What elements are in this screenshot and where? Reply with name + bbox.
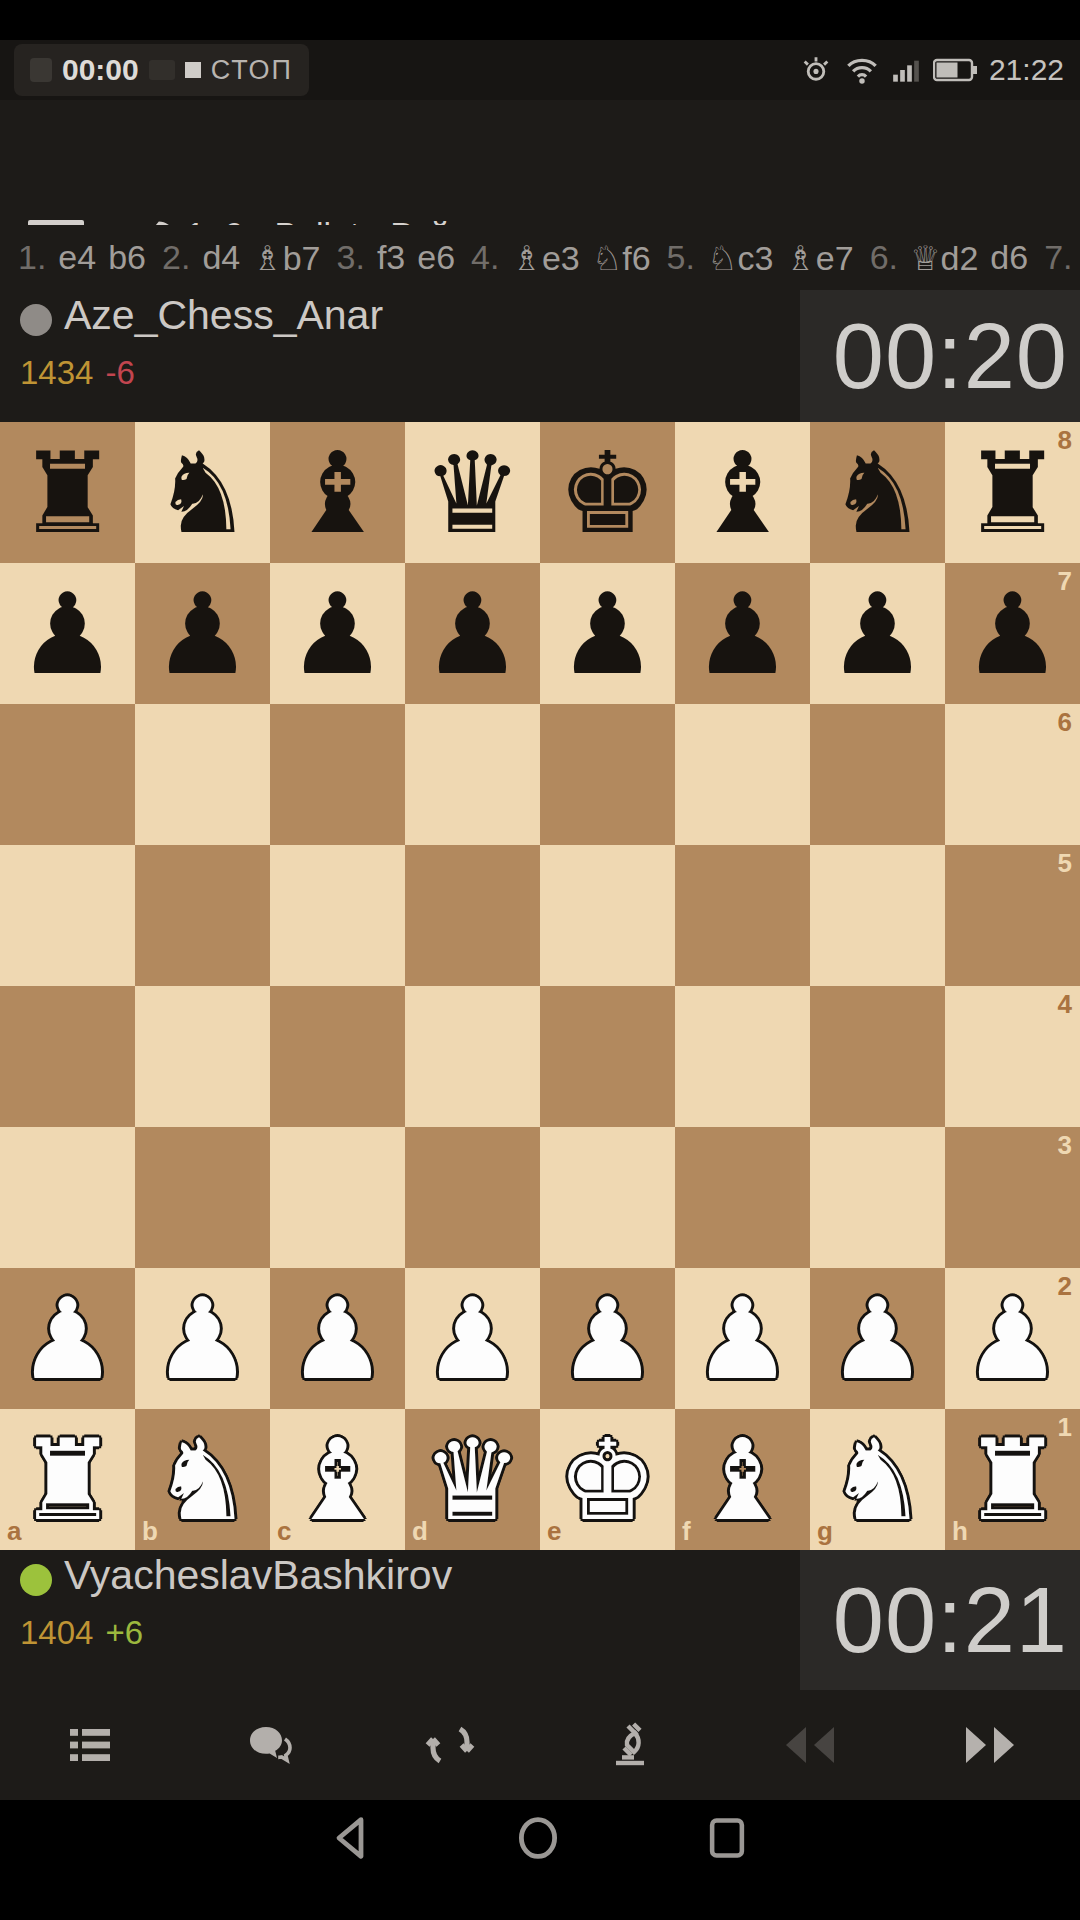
move[interactable]: ♘f6: [592, 238, 651, 278]
player-top-clock: 00:20: [800, 290, 1080, 422]
square-a4[interactable]: [0, 986, 135, 1127]
square-g2[interactable]: ♟: [810, 1268, 945, 1409]
move-number: 5.: [667, 238, 695, 277]
square-h8[interactable]: ♜8: [945, 422, 1080, 563]
square-f1[interactable]: ♝f: [675, 1409, 810, 1550]
square-b1[interactable]: ♞b: [135, 1409, 270, 1550]
stop-icon[interactable]: [185, 62, 201, 78]
piece-black-queen[interactable]: ♛: [422, 437, 522, 549]
square-c5[interactable]: [270, 845, 405, 986]
square-e3[interactable]: [540, 1127, 675, 1268]
square-h1[interactable]: ♜1h: [945, 1409, 1080, 1550]
piece-white-rook[interactable]: ♜: [962, 1424, 1062, 1536]
square-g7[interactable]: ♟: [810, 563, 945, 704]
file-label-c: c: [277, 1516, 291, 1547]
bottom-toolbar: [0, 1690, 1080, 1800]
player-top-bar: Aze_Chess_Anar 1434-6 00:20: [0, 290, 1080, 422]
square-b2[interactable]: ♟: [135, 1268, 270, 1409]
player-top-rating: 1434: [20, 354, 93, 391]
player-bottom-rating-change: +6: [105, 1614, 143, 1651]
rank-label-3: 3: [1058, 1130, 1072, 1161]
file-label-a: a: [7, 1516, 21, 1547]
move-list-icon: [63, 1721, 117, 1769]
square-g8[interactable]: ♞: [810, 422, 945, 563]
square-e4[interactable]: [540, 986, 675, 1127]
piece-white-queen[interactable]: ♛: [422, 1424, 522, 1536]
status-bar: 00:00 СТОП: [0, 40, 1080, 100]
move[interactable]: ♗e7: [785, 238, 853, 278]
move-number: 6.: [870, 238, 898, 277]
piece-white-knight[interactable]: ♞: [152, 1424, 252, 1536]
chess-board[interactable]: ♜♞♝♛♚♝♞♜8♟♟♟♟♟♟♟♟76543♟♟♟♟♟♟♟♟2♜a♞b♝c♛d♚…: [0, 422, 1080, 1550]
move-list-button[interactable]: [0, 1690, 180, 1800]
square-c6[interactable]: [270, 704, 405, 845]
square-c8[interactable]: ♝: [270, 422, 405, 563]
square-c2[interactable]: ♟: [270, 1268, 405, 1409]
square-b6[interactable]: [135, 704, 270, 845]
square-g3[interactable]: [810, 1127, 945, 1268]
square-c3[interactable]: [270, 1127, 405, 1268]
piece-black-rook[interactable]: ♜: [962, 437, 1062, 549]
square-d5[interactable]: [405, 845, 540, 986]
piece-white-pawn[interactable]: ♟: [422, 1283, 522, 1395]
player-top-status-dot: [20, 304, 52, 336]
back-button[interactable]: [320, 1808, 380, 1868]
square-f2[interactable]: ♟: [675, 1268, 810, 1409]
recents-icon: [706, 1814, 748, 1862]
piece-white-pawn[interactable]: ♟: [152, 1283, 252, 1395]
rank-label-7: 7: [1058, 566, 1072, 597]
forward-icon: [960, 1723, 1020, 1767]
square-e2[interactable]: ♟: [540, 1268, 675, 1409]
piece-black-king[interactable]: ♚: [557, 437, 657, 549]
move-number: 1.: [18, 238, 46, 277]
move[interactable]: ♗b7: [252, 238, 320, 278]
home-icon: [515, 1814, 561, 1862]
player-top-rating-change: -6: [105, 354, 134, 391]
back-icon: [328, 1814, 372, 1862]
square-b5[interactable]: [135, 845, 270, 986]
square-e5[interactable]: [540, 845, 675, 986]
piece-black-bishop[interactable]: ♝: [287, 437, 387, 549]
piece-black-pawn[interactable]: ♟: [827, 578, 927, 690]
flip-board-button[interactable]: [360, 1690, 540, 1800]
square-d1[interactable]: ♛d: [405, 1409, 540, 1550]
piece-black-pawn[interactable]: ♟: [692, 578, 792, 690]
square-d3[interactable]: [405, 1127, 540, 1268]
screen-recorder-pill[interactable]: 00:00 СТОП: [14, 44, 309, 96]
piece-white-pawn[interactable]: ♟: [17, 1283, 117, 1395]
square-g4[interactable]: [810, 986, 945, 1127]
square-h7[interactable]: ♟7: [945, 563, 1080, 704]
rank-label-5: 5: [1058, 848, 1072, 879]
recorder-indicator-icon: [149, 60, 175, 80]
android-nav-bar: [0, 1800, 1080, 1920]
move[interactable]: e6: [417, 238, 455, 277]
rewind-button[interactable]: [720, 1690, 900, 1800]
phone-screen: 00:00 СТОП: [0, 0, 1080, 1920]
rewind-icon: [780, 1723, 840, 1767]
flip-board-icon: [423, 1721, 477, 1769]
square-a6[interactable]: [0, 704, 135, 845]
app-header: 1+0 • Bullet • Рейтинговая Идёт игра: [0, 100, 1080, 225]
microscope-icon: [603, 1721, 657, 1769]
square-a5[interactable]: [0, 845, 135, 986]
player-bottom-clock: 00:21: [800, 1550, 1080, 1690]
recorder-app-icon: [30, 58, 52, 82]
square-h3[interactable]: 3: [945, 1127, 1080, 1268]
battery-icon: [933, 58, 977, 82]
piece-black-pawn[interactable]: ♟: [962, 578, 1062, 690]
rank-label-2: 2: [1058, 1271, 1072, 1302]
piece-white-bishop[interactable]: ♝: [287, 1424, 387, 1536]
recorder-time: 00:00: [62, 53, 139, 87]
move[interactable]: ♗e3: [511, 238, 579, 278]
square-e6[interactable]: [540, 704, 675, 845]
home-button[interactable]: [508, 1808, 568, 1868]
square-f3[interactable]: [675, 1127, 810, 1268]
square-b8[interactable]: ♞: [135, 422, 270, 563]
square-f5[interactable]: [675, 845, 810, 986]
move[interactable]: f3: [377, 238, 405, 277]
player-top-name[interactable]: Aze_Chess_Anar: [64, 292, 383, 339]
piece-black-pawn[interactable]: ♟: [287, 578, 387, 690]
square-h2[interactable]: ♟2: [945, 1268, 1080, 1409]
move[interactable]: e4: [58, 238, 96, 277]
wifi-icon: [845, 55, 879, 85]
square-b3[interactable]: [135, 1127, 270, 1268]
piece-white-king[interactable]: ♚: [557, 1424, 657, 1536]
rank-label-1: 1: [1058, 1412, 1072, 1443]
square-d7[interactable]: ♟: [405, 563, 540, 704]
square-b4[interactable]: [135, 986, 270, 1127]
chat-button[interactable]: [180, 1690, 360, 1800]
status-icons: 21:22: [799, 53, 1064, 87]
rank-label-8: 8: [1058, 425, 1072, 456]
file-label-d: d: [412, 1516, 428, 1547]
piece-white-pawn[interactable]: ♟: [962, 1283, 1062, 1395]
file-label-f: f: [682, 1516, 691, 1547]
square-d8[interactable]: ♛: [405, 422, 540, 563]
forward-button[interactable]: [900, 1690, 1080, 1800]
square-c4[interactable]: [270, 986, 405, 1127]
piece-black-rook[interactable]: ♜: [17, 437, 117, 549]
signal-icon: [891, 56, 921, 84]
square-g1[interactable]: ♞g: [810, 1409, 945, 1550]
square-f6[interactable]: [675, 704, 810, 845]
chat-icon: [243, 1721, 297, 1769]
square-g5[interactable]: [810, 845, 945, 986]
player-bottom-bar: VyacheslavBashkirov 1404+6 00:21: [0, 1550, 1080, 1690]
square-a8[interactable]: ♜: [0, 422, 135, 563]
player-bottom-status-dot: [20, 1564, 52, 1596]
square-e7[interactable]: ♟: [540, 563, 675, 704]
square-b7[interactable]: ♟: [135, 563, 270, 704]
square-e8[interactable]: ♚: [540, 422, 675, 563]
piece-black-bishop[interactable]: ♝: [692, 437, 792, 549]
eye-comfort-icon: [799, 53, 833, 87]
square-a3[interactable]: [0, 1127, 135, 1268]
move-number: 7.: [1044, 238, 1072, 277]
recents-button[interactable]: [697, 1808, 757, 1868]
move[interactable]: b6: [108, 238, 146, 277]
square-f7[interactable]: ♟: [675, 563, 810, 704]
square-h6[interactable]: 6: [945, 704, 1080, 845]
square-d2[interactable]: ♟: [405, 1268, 540, 1409]
piece-white-pawn[interactable]: ♟: [557, 1283, 657, 1395]
square-d6[interactable]: [405, 704, 540, 845]
rank-label-6: 6: [1058, 707, 1072, 738]
move-list[interactable]: 1.e4b62.d4♗b73.f3e64.♗e3♘f65.♘c3♗e76.♕d2…: [0, 225, 1080, 290]
file-label-b: b: [142, 1516, 158, 1547]
piece-white-pawn[interactable]: ♟: [692, 1283, 792, 1395]
square-d4[interactable]: [405, 986, 540, 1127]
piece-white-rook[interactable]: ♜: [17, 1424, 117, 1536]
move[interactable]: ♘c3: [707, 238, 773, 278]
move-number: 4.: [471, 238, 499, 277]
stop-button-label[interactable]: СТОП: [211, 55, 293, 86]
move-number: 2.: [162, 238, 190, 277]
piece-white-pawn[interactable]: ♟: [827, 1283, 927, 1395]
move[interactable]: d6: [990, 238, 1028, 277]
square-h4[interactable]: 4: [945, 986, 1080, 1127]
piece-black-pawn[interactable]: ♟: [152, 578, 252, 690]
square-f8[interactable]: ♝: [675, 422, 810, 563]
move[interactable]: ♕d2: [910, 238, 978, 278]
piece-white-pawn[interactable]: ♟: [287, 1283, 387, 1395]
square-g6[interactable]: [810, 704, 945, 845]
file-label-e: e: [547, 1516, 561, 1547]
square-e1[interactable]: ♚e: [540, 1409, 675, 1550]
system-clock: 21:22: [989, 53, 1064, 87]
piece-white-bishop[interactable]: ♝: [692, 1424, 792, 1536]
piece-black-pawn[interactable]: ♟: [557, 578, 657, 690]
analysis-button[interactable]: [540, 1690, 720, 1800]
piece-white-knight[interactable]: ♞: [827, 1424, 927, 1536]
square-a1[interactable]: ♜a: [0, 1409, 135, 1550]
square-c1[interactable]: ♝c: [270, 1409, 405, 1550]
square-c7[interactable]: ♟: [270, 563, 405, 704]
rank-label-4: 4: [1058, 989, 1072, 1020]
piece-black-knight[interactable]: ♞: [152, 437, 252, 549]
square-h5[interactable]: 5: [945, 845, 1080, 986]
move[interactable]: d4: [202, 238, 240, 277]
file-label-g: g: [817, 1516, 833, 1547]
file-label-h: h: [952, 1516, 968, 1547]
square-a7[interactable]: ♟: [0, 563, 135, 704]
piece-black-pawn[interactable]: ♟: [17, 578, 117, 690]
move-number: 3.: [337, 238, 365, 277]
square-f4[interactable]: [675, 986, 810, 1127]
square-a2[interactable]: ♟: [0, 1268, 135, 1409]
player-bottom-name[interactable]: VyacheslavBashkirov: [64, 1552, 452, 1599]
piece-black-pawn[interactable]: ♟: [422, 578, 522, 690]
player-bottom-rating: 1404: [20, 1614, 93, 1651]
piece-black-knight[interactable]: ♞: [827, 437, 927, 549]
